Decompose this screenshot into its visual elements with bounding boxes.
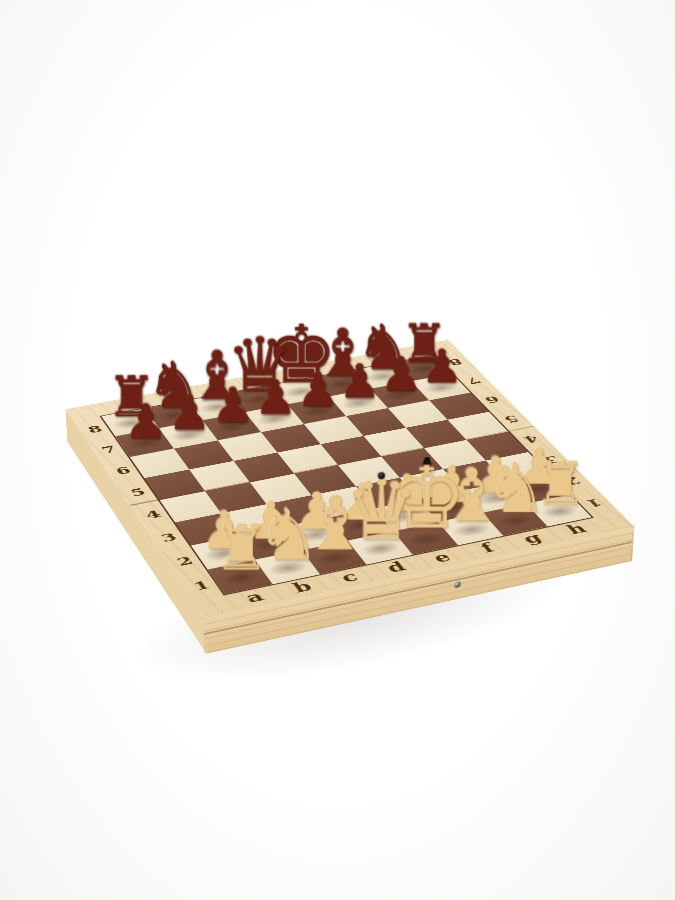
rank-label-left-4-text: 4	[142, 507, 163, 521]
perspective-scaler: 87654321 87654321 abcdefgh ♜♞♝♛♚♝♞♜♟♟♟♟♟…	[44, 60, 631, 843]
black-pawn-glyph: ♟	[297, 367, 339, 412]
rank-label-left-1-text: 1	[190, 577, 213, 592]
chess-board: 87654321 87654321 abcdefgh ♜♞♝♛♚♝♞♜♟♟♟♟♟…	[66, 340, 633, 617]
scene: 87654321 87654321 abcdefgh ♜♞♝♛♚♝♞♜♟♟♟♟♟…	[44, 60, 631, 843]
file-label-c-text: c	[337, 569, 361, 586]
rank-label-left-7-text: 7	[98, 443, 118, 456]
rank-label-right-7-text: 7	[463, 375, 484, 387]
black-pawn-glyph: ♟	[380, 352, 422, 396]
rank-label-left-3-text: 3	[158, 530, 180, 544]
rank-label-left-6-text: 6	[113, 464, 134, 477]
black-pawn-glyph: ♟	[254, 375, 296, 420]
photo-background: 87654321 87654321 abcdefgh ♜♞♝♛♚♝♞♜♟♟♟♟♟…	[0, 0, 675, 900]
rank-label-left-2-text: 2	[173, 553, 195, 568]
rank-label-right-6-text: 6	[481, 394, 503, 406]
file-label-f-text: f	[477, 540, 498, 555]
rank-label-left-5-text: 5	[127, 485, 148, 499]
rank-label-left-8-text: 8	[85, 423, 105, 435]
black-pawn-glyph: ♟	[339, 359, 381, 403]
white-king-black-spike-finial	[423, 450, 432, 465]
black-pawn-glyph: ♟	[212, 383, 255, 428]
black-pawn-glyph: ♟	[124, 398, 167, 444]
white-rook-glyph: ♜	[214, 520, 270, 579]
rank-label-right-5-text: 5	[501, 413, 523, 425]
file-label-e-text: e	[429, 549, 454, 565]
black-pawn-glyph: ♟	[168, 390, 211, 435]
white-queen-black-ball-finial	[378, 472, 385, 479]
file-label-a-text: a	[242, 588, 267, 605]
hinge-screw	[455, 581, 461, 588]
